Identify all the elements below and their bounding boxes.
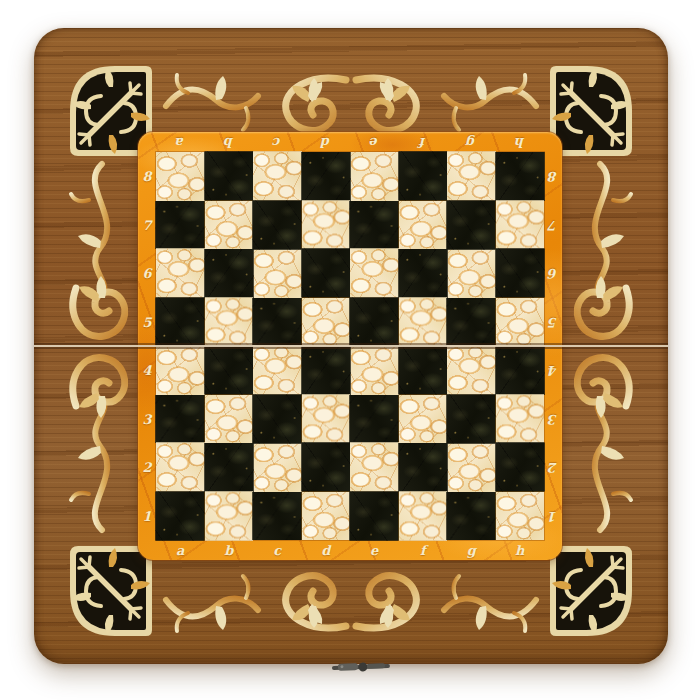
square-e7[interactable] (350, 201, 399, 250)
file-label-bottom-e: e (370, 543, 378, 558)
vine-scroll-icon (158, 568, 544, 640)
file-label-bottom-h: h (515, 543, 524, 558)
square-b3[interactable] (205, 395, 254, 444)
file-label-bottom-d: d (321, 543, 330, 558)
square-c5[interactable] (253, 298, 302, 347)
square-g8[interactable] (447, 152, 496, 201)
square-h2[interactable] (496, 443, 545, 492)
square-e6[interactable] (350, 249, 399, 298)
square-d5[interactable] (302, 298, 351, 347)
square-b7[interactable] (205, 201, 254, 250)
square-h7[interactable] (496, 201, 545, 250)
square-c7[interactable] (253, 201, 302, 250)
rank-label-right-6: 6 (548, 266, 557, 281)
file-label-top-a: a (176, 135, 184, 150)
square-f2[interactable] (399, 443, 448, 492)
square-e8[interactable] (350, 152, 399, 201)
file-label-bottom-a: a (176, 543, 184, 558)
square-c4[interactable] (253, 346, 302, 395)
rank-label-right-5: 5 (548, 314, 557, 329)
file-label-bottom-g: g (467, 543, 476, 558)
square-f1[interactable] (399, 492, 448, 541)
square-d4[interactable] (302, 346, 351, 395)
square-g2[interactable] (447, 443, 496, 492)
square-c3[interactable] (253, 395, 302, 444)
wooden-box-lid: aabbccddeeffgghh8877665544332211 (34, 28, 668, 664)
square-d1[interactable] (302, 492, 351, 541)
square-c2[interactable] (253, 443, 302, 492)
square-a8[interactable] (156, 152, 205, 201)
square-h5[interactable] (496, 298, 545, 347)
square-g7[interactable] (447, 201, 496, 250)
square-g4[interactable] (447, 346, 496, 395)
rank-label-left-1: 1 (142, 508, 151, 523)
file-label-top-b: b (224, 135, 233, 150)
square-g1[interactable] (447, 492, 496, 541)
square-g6[interactable] (447, 249, 496, 298)
rank-label-left-2: 2 (142, 460, 151, 475)
rank-label-right-4: 4 (548, 363, 557, 378)
rank-label-left-5: 5 (142, 314, 151, 329)
square-a1[interactable] (156, 492, 205, 541)
square-c6[interactable] (253, 249, 302, 298)
square-a4[interactable] (156, 346, 205, 395)
vine-scroll-ornament-bottom (158, 568, 544, 640)
square-h8[interactable] (496, 152, 545, 201)
square-a5[interactable] (156, 298, 205, 347)
square-b5[interactable] (205, 298, 254, 347)
square-a6[interactable] (156, 249, 205, 298)
square-f7[interactable] (399, 201, 448, 250)
rank-label-right-2: 2 (548, 460, 557, 475)
square-h3[interactable] (496, 395, 545, 444)
square-d3[interactable] (302, 395, 351, 444)
fleur-medallion-icon (547, 543, 635, 639)
square-g3[interactable] (447, 395, 496, 444)
corner-fleur-medallion-bottom-left (67, 543, 155, 639)
rank-label-left-6: 6 (142, 266, 151, 281)
square-f5[interactable] (399, 298, 448, 347)
product-photo-stage: aabbccddeeffgghh8877665544332211 (0, 0, 700, 700)
file-label-bottom-f: f (420, 543, 426, 558)
rank-label-right-8: 8 (548, 169, 557, 184)
file-label-top-g: g (467, 135, 476, 150)
square-e1[interactable] (350, 492, 399, 541)
file-label-top-h: h (515, 135, 524, 150)
rank-label-right-1: 1 (548, 508, 557, 523)
vine-scroll-ornament-top (158, 66, 544, 138)
fold-seam (34, 342, 668, 350)
square-e5[interactable] (350, 298, 399, 347)
square-g5[interactable] (447, 298, 496, 347)
rank-label-right-7: 7 (548, 217, 557, 232)
square-e3[interactable] (350, 395, 399, 444)
file-label-top-d: d (321, 135, 330, 150)
rank-label-left-3: 3 (142, 411, 151, 426)
square-b4[interactable] (205, 346, 254, 395)
square-a3[interactable] (156, 395, 205, 444)
square-c8[interactable] (253, 152, 302, 201)
file-label-bottom-b: b (224, 543, 233, 558)
rank-label-left-8: 8 (142, 169, 151, 184)
square-b6[interactable] (205, 249, 254, 298)
square-f6[interactable] (399, 249, 448, 298)
square-d8[interactable] (302, 152, 351, 201)
rank-label-left-4: 4 (142, 363, 151, 378)
rank-label-right-3: 3 (548, 411, 557, 426)
square-e2[interactable] (350, 443, 399, 492)
square-f8[interactable] (399, 152, 448, 201)
square-h6[interactable] (496, 249, 545, 298)
square-f3[interactable] (399, 395, 448, 444)
square-a2[interactable] (156, 443, 205, 492)
square-e4[interactable] (350, 346, 399, 395)
rank-label-left-7: 7 (142, 217, 151, 232)
file-label-top-f: f (420, 135, 426, 150)
file-label-top-c: c (273, 135, 281, 150)
file-label-bottom-c: c (273, 543, 281, 558)
file-label-top-e: e (370, 135, 378, 150)
clasp-hardware-icon (330, 655, 393, 681)
vine-scroll-icon (158, 66, 544, 138)
square-a7[interactable] (156, 201, 205, 250)
square-b1[interactable] (205, 492, 254, 541)
square-d2[interactable] (302, 443, 351, 492)
square-b8[interactable] (205, 152, 254, 201)
fleur-medallion-icon (67, 543, 155, 639)
square-f4[interactable] (399, 346, 448, 395)
corner-fleur-medallion-bottom-right (547, 543, 635, 639)
square-b2[interactable] (205, 443, 254, 492)
square-h1[interactable] (496, 492, 545, 541)
square-d6[interactable] (302, 249, 351, 298)
square-h4[interactable] (496, 346, 545, 395)
square-c1[interactable] (253, 492, 302, 541)
square-d7[interactable] (302, 201, 351, 250)
